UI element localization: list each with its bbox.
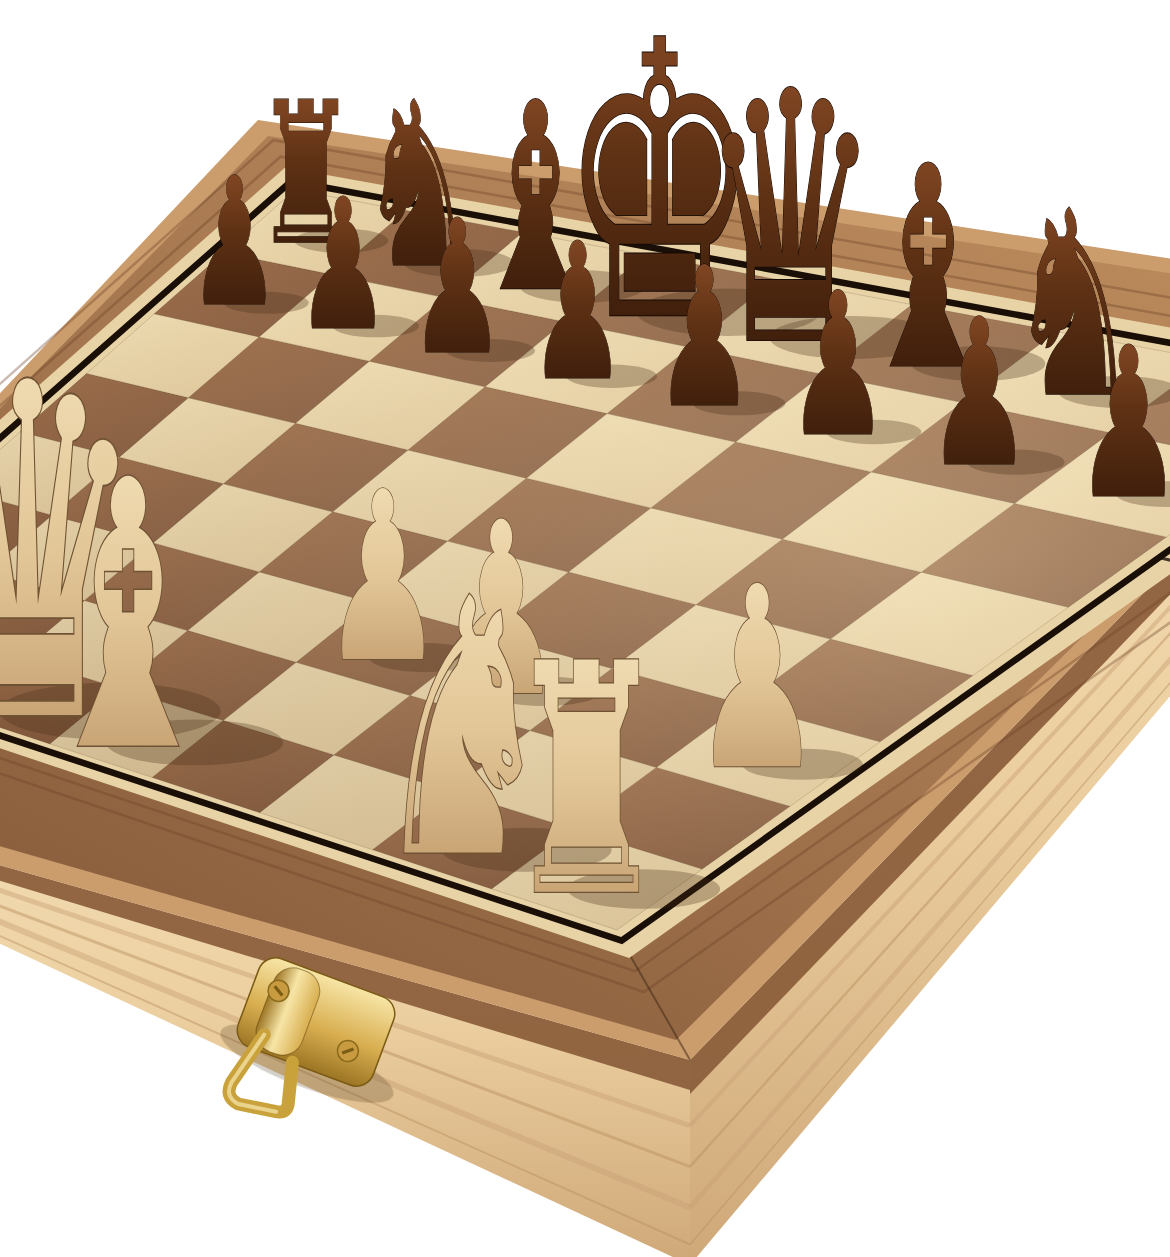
piece-white-rook-h1: ♜ — [504, 597, 669, 966]
piece-black-pawn-c7: ♟ — [409, 181, 505, 396]
chess-photo-canvas: ♜♞♝♟♚♟♛♟♝♟♞♟♟♟♟♟♟♛♝♟♞♜ — [0, 0, 1170, 1257]
piece-black-pawn-f7: ♟ — [787, 250, 890, 480]
piece-black-pawn-e7: ♟ — [654, 226, 754, 450]
piece-black-pawn-d7: ♟ — [529, 203, 627, 422]
piece-white-bishop-d1: ♝ — [32, 403, 224, 832]
product-photo-chess-set: ♜♞♝♟♚♟♛♟♝♟♞♟♟♟♟♟♟♛♝♟♞♜ — [0, 0, 1170, 1257]
piece-white-pawn-h3: ♟ — [692, 534, 822, 825]
piece-black-pawn-a7: ♟ — [188, 140, 280, 346]
piece-black-pawn-h7: ♟ — [1075, 303, 1170, 545]
piece-black-pawn-b7: ♟ — [296, 160, 390, 370]
piece-black-pawn-g7: ♟ — [926, 275, 1032, 511]
